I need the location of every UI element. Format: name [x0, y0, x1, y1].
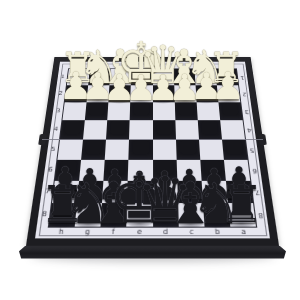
- piece-layer: ♜♞♝♚♛♝♞♜♟♟♟♟♟♟♟♟♟♟♟♟♟♟♟♟♜♞♝♚♛♝♞♜: [0, 0, 300, 300]
- piece-white-pawn-a2[interactable]: ♟: [211, 68, 245, 106]
- piece-black-rook-a8[interactable]: ♜: [219, 180, 264, 231]
- chess-set-photo: 11h22g33f44e55d66c77b88a ♜♞♝♚♛♝♞♜♟♟♟♟♟♟♟…: [0, 0, 300, 300]
